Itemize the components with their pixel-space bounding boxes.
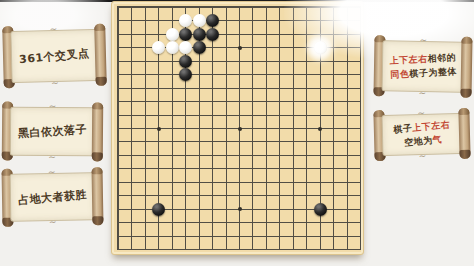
scroll-text-liberties: 棋子上下左右空地为气 [392,118,451,150]
star-point [238,127,242,131]
scroll-roller-icon [458,108,470,159]
black-stone [206,14,219,27]
black-stone [193,28,206,41]
scroll-paper: 上下左右相邻的同色棋子为整体 [382,40,465,92]
scroll-paper: 占地大者获胜 [10,172,96,221]
scroll-text-segment: 上下左右 [411,119,450,133]
star-point [238,46,242,50]
scroll-right-2: 棋子上下左右空地为气 [373,110,470,159]
scroll-paper: 棋子上下左右空地为气 [381,113,462,156]
black-stone [206,28,219,41]
star-point [157,127,161,131]
black-stone [179,55,192,68]
white-stone [179,41,192,54]
scroll-text-territory-wins: 占地大者获胜 [17,187,87,208]
board-grid [117,6,361,250]
scroll-text-segment: 同色 [390,68,409,79]
scroll-text-segment: 气 [432,134,442,145]
scroll-text-alternate-play: 黑白依次落子 [18,122,88,141]
scroll-left-2: 黑白依次落子 [2,104,103,160]
black-stone [314,203,327,216]
scroll-paper: 361个交叉点 [10,29,98,83]
black-stone [152,203,165,216]
scroll-paper: 黑白依次落子 [10,107,95,157]
scroll-text-segment: 棋子 [392,123,412,135]
scroll-right-1: 上下左右相邻的同色棋子为整体 [374,37,473,96]
white-stone [193,14,206,27]
scroll-roller-icon [92,102,104,161]
black-stone [179,28,192,41]
scroll-roller-icon [460,37,472,98]
star-point [318,127,322,131]
white-stone [166,41,179,54]
white-stone [179,14,192,27]
scroll-roller-icon [91,167,103,225]
black-stone [179,68,192,81]
white-stone [166,28,179,41]
scroll-text-segment: 相邻的 [427,52,456,63]
scroll-left-3: 占地大者获胜 [2,169,104,225]
star-point [238,207,242,211]
white-stone [152,41,165,54]
black-stone [193,41,206,54]
scroll-text-segment: 空地为 [403,135,432,148]
scroll-text-361-intersections: 361个交叉点 [19,45,91,67]
white-stone [314,41,327,54]
scroll-text-segment: 上下左右 [389,54,427,66]
go-board [111,1,364,255]
scroll-left-1: 361个交叉点 [2,26,106,87]
scroll-text-segment: 棋子为整体 [409,66,457,78]
scroll-roller-icon [94,24,107,86]
scroll-text-connected-group: 上下左右相邻的同色棋子为整体 [389,51,457,81]
